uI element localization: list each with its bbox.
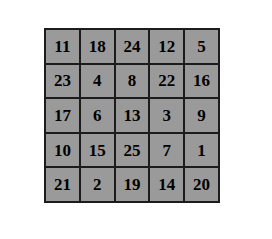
grid-cell-r2c5[interactable]: 16 [185, 65, 218, 98]
grid-cell-r5c2[interactable]: 2 [81, 168, 114, 201]
grid-cell-r3c2[interactable]: 6 [81, 99, 114, 132]
grid-cell-r4c2[interactable]: 15 [81, 134, 114, 167]
grid-cell-r4c4[interactable]: 7 [150, 134, 183, 167]
grid-cell-r1c3[interactable]: 24 [116, 30, 149, 63]
grid-cell-r4c3[interactable]: 25 [116, 134, 149, 167]
grid-cell-r3c5[interactable]: 9 [185, 99, 218, 132]
grid-cell-r5c5[interactable]: 20 [185, 168, 218, 201]
grid-cell-r3c3[interactable]: 13 [116, 99, 149, 132]
grid-cell-r5c3[interactable]: 19 [116, 168, 149, 201]
grid-cell-r1c2[interactable]: 18 [81, 30, 114, 63]
grid-cell-r3c1[interactable]: 17 [46, 99, 79, 132]
grid-cell-r1c1[interactable]: 11 [46, 30, 79, 63]
grid-cell-r5c4[interactable]: 14 [150, 168, 183, 201]
grid-cell-r1c5[interactable]: 5 [185, 30, 218, 63]
grid-cell-r2c3[interactable]: 8 [116, 65, 149, 98]
grid-cell-r5c1[interactable]: 21 [46, 168, 79, 201]
grid-cell-r2c4[interactable]: 22 [150, 65, 183, 98]
grid-cell-r1c4[interactable]: 12 [150, 30, 183, 63]
grid-cell-r3c4[interactable]: 3 [150, 99, 183, 132]
page-background: 1118241252348221617613391015257121219142… [0, 0, 272, 239]
grid-cell-r4c1[interactable]: 10 [46, 134, 79, 167]
grid-cell-r2c2[interactable]: 4 [81, 65, 114, 98]
board: 1118241252348221617613391015257121219142… [44, 28, 220, 203]
grid-cell-r2c1[interactable]: 23 [46, 65, 79, 98]
grid-cell-r4c5[interactable]: 1 [185, 134, 218, 167]
